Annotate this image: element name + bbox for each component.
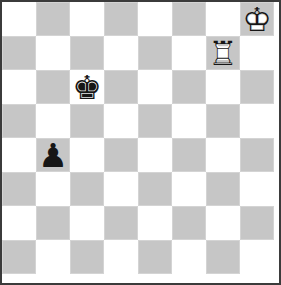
- square-a5[interactable]: [2, 104, 36, 138]
- square-e5[interactable]: [138, 104, 172, 138]
- square-g1[interactable]: [206, 240, 240, 274]
- square-f8[interactable]: [172, 2, 206, 36]
- square-a3[interactable]: [2, 172, 36, 206]
- square-d5[interactable]: [104, 104, 138, 138]
- square-b4[interactable]: ♟: [36, 138, 70, 172]
- square-e1[interactable]: [138, 240, 172, 274]
- square-e8[interactable]: [138, 2, 172, 36]
- square-d1[interactable]: [104, 240, 138, 274]
- square-c5[interactable]: [70, 104, 104, 138]
- square-f4[interactable]: [172, 138, 206, 172]
- square-e7[interactable]: [138, 36, 172, 70]
- square-c8[interactable]: [70, 2, 104, 36]
- square-d8[interactable]: [104, 2, 138, 36]
- square-e6[interactable]: [138, 70, 172, 104]
- square-h5[interactable]: [240, 104, 274, 138]
- white-rook-glyph: ♖: [206, 36, 240, 70]
- square-b5[interactable]: [36, 104, 70, 138]
- square-c4[interactable]: [70, 138, 104, 172]
- square-f1[interactable]: [172, 240, 206, 274]
- square-h2[interactable]: [240, 206, 274, 240]
- square-a8[interactable]: [2, 2, 36, 36]
- white-king-glyph: ♔: [240, 2, 274, 36]
- square-f5[interactable]: [172, 104, 206, 138]
- square-d6[interactable]: [104, 70, 138, 104]
- square-h4[interactable]: [240, 138, 274, 172]
- square-b1[interactable]: [36, 240, 70, 274]
- square-f3[interactable]: [172, 172, 206, 206]
- square-f7[interactable]: [172, 36, 206, 70]
- square-c3[interactable]: [70, 172, 104, 206]
- square-a6[interactable]: [2, 70, 36, 104]
- square-h7[interactable]: [240, 36, 274, 70]
- chess-board: ♚♔♜♖♚♟: [2, 2, 274, 274]
- square-a7[interactable]: [2, 36, 36, 70]
- square-f2[interactable]: [172, 206, 206, 240]
- square-g7[interactable]: ♜♖: [206, 36, 240, 70]
- square-d2[interactable]: [104, 206, 138, 240]
- square-h6[interactable]: [240, 70, 274, 104]
- square-h8[interactable]: ♚♔: [240, 2, 274, 36]
- square-g4[interactable]: [206, 138, 240, 172]
- square-g6[interactable]: [206, 70, 240, 104]
- square-d7[interactable]: [104, 36, 138, 70]
- white-rook: ♜♖: [206, 36, 240, 70]
- square-b7[interactable]: [36, 36, 70, 70]
- square-b3[interactable]: [36, 172, 70, 206]
- square-b8[interactable]: [36, 2, 70, 36]
- square-g3[interactable]: [206, 172, 240, 206]
- square-h3[interactable]: [240, 172, 274, 206]
- square-f6[interactable]: [172, 70, 206, 104]
- white-king: ♚♔: [240, 2, 274, 36]
- square-a4[interactable]: [2, 138, 36, 172]
- black-pawn: ♟: [36, 138, 70, 172]
- square-d4[interactable]: [104, 138, 138, 172]
- square-e3[interactable]: [138, 172, 172, 206]
- square-b6[interactable]: [36, 70, 70, 104]
- square-c2[interactable]: [70, 206, 104, 240]
- square-a1[interactable]: [2, 240, 36, 274]
- square-e2[interactable]: [138, 206, 172, 240]
- square-g5[interactable]: [206, 104, 240, 138]
- chess-diagram: ♚♔♜♖♚♟: [0, 0, 281, 285]
- square-c6[interactable]: ♚: [70, 70, 104, 104]
- square-g2[interactable]: [206, 206, 240, 240]
- square-d3[interactable]: [104, 172, 138, 206]
- black-king: ♚: [70, 70, 104, 104]
- square-e4[interactable]: [138, 138, 172, 172]
- square-g8[interactable]: [206, 2, 240, 36]
- square-a2[interactable]: [2, 206, 36, 240]
- square-c7[interactable]: [70, 36, 104, 70]
- square-h1[interactable]: [240, 240, 274, 274]
- square-b2[interactable]: [36, 206, 70, 240]
- square-c1[interactable]: [70, 240, 104, 274]
